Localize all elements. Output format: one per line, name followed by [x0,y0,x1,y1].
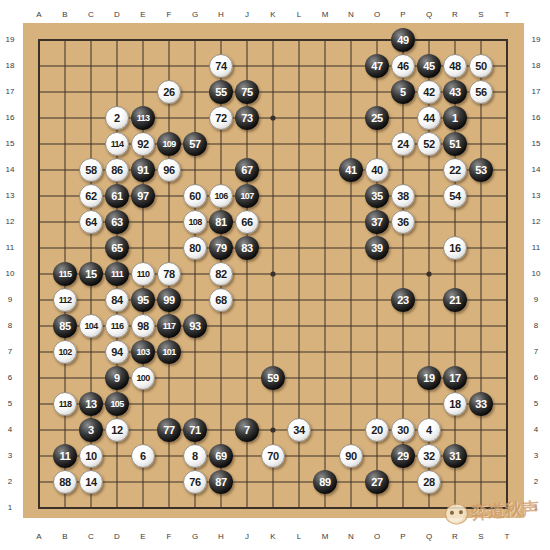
stone-d14: 86 [105,158,129,182]
stone-move-number: 108 [188,218,201,227]
column-labels-top: ABCDEFGHJKLMNOPQRST [26,8,520,22]
stone-h17: 55 [209,80,233,104]
coordinate-label: 5 [528,391,544,417]
stone-move-number: 38 [397,191,409,202]
coordinate-label: 10 [528,261,544,287]
stone-e16: 113 [131,106,155,130]
stone-move-number: 84 [111,295,123,306]
coordinate-label: J [234,8,260,22]
stone-move-number: 111 [111,270,123,279]
stone-move-number: 115 [59,270,72,279]
coordinate-label: 14 [528,157,544,183]
coordinate-label: E [130,530,156,544]
stone-h3: 69 [209,444,233,468]
coordinate-label: 7 [528,339,544,365]
coordinate-label: R [442,530,468,544]
stone-move-number: 116 [111,322,124,331]
stone-move-number: 42 [423,87,435,98]
stone-d11: 65 [105,236,129,260]
stone-c13: 62 [79,184,103,208]
stone-r17: 43 [443,80,467,104]
coordinate-label: 3 [2,443,18,469]
stone-d15: 114 [105,132,129,156]
stone-d12: 63 [105,210,129,234]
stone-q6: 19 [417,366,441,390]
stone-r9: 21 [443,288,467,312]
stone-p13: 38 [391,184,415,208]
stone-o18: 47 [365,54,389,78]
stone-move-number: 80 [189,243,201,254]
stone-move-number: 18 [449,399,461,410]
stone-c14: 58 [79,158,103,182]
stone-move-number: 34 [293,425,305,436]
stone-f10: 78 [157,262,181,286]
coordinate-label: 11 [2,235,18,261]
stone-move-number: 110 [137,270,150,279]
stone-move-number: 8 [192,451,198,462]
stone-move-number: 98 [137,321,149,332]
stone-r6: 17 [443,366,467,390]
stone-move-number: 75 [241,87,253,98]
coordinate-label: 8 [528,313,544,339]
stone-move-number: 109 [162,140,175,149]
stone-p9: 23 [391,288,415,312]
stone-move-number: 7 [244,425,250,436]
stone-move-number: 104 [84,322,97,331]
stone-o16: 25 [365,106,389,130]
stone-move-number: 53 [475,165,487,176]
stone-r16: 1 [443,106,467,130]
watermark-text: 弈道秋声 [470,497,539,525]
stone-e6: 100 [131,366,155,390]
stone-move-number: 89 [319,477,331,488]
stone-move-number: 97 [137,191,149,202]
stone-j4: 7 [235,418,259,442]
stone-move-number: 100 [136,374,149,383]
stone-move-number: 39 [371,243,383,254]
stone-l4: 34 [287,418,311,442]
stone-o4: 20 [365,418,389,442]
stone-e8: 98 [131,314,155,338]
coordinate-label: K [260,8,286,22]
stone-move-number: 58 [85,165,97,176]
stone-c3: 10 [79,444,103,468]
stone-move-number: 14 [85,477,97,488]
stone-d13: 61 [105,184,129,208]
stone-move-number: 50 [475,61,487,72]
coordinate-label: R [442,8,468,22]
coordinate-label: O [364,8,390,22]
stone-c10: 15 [79,262,103,286]
stone-e14: 91 [131,158,155,182]
stone-e13: 97 [131,184,155,208]
stone-q3: 32 [417,444,441,468]
stone-f8: 117 [157,314,181,338]
stone-move-number: 16 [449,243,461,254]
stone-move-number: 59 [267,373,279,384]
stone-move-number: 57 [189,139,201,150]
coordinate-label: 12 [528,209,544,235]
stone-b2: 88 [53,470,77,494]
coordinate-label: N [338,530,364,544]
coordinate-label: 11 [528,235,544,261]
stone-k3: 70 [261,444,285,468]
stone-move-number: 46 [397,61,409,72]
stone-move-number: 21 [449,295,461,306]
stone-e3: 6 [131,444,155,468]
coordinate-label: 13 [2,183,18,209]
stone-d5: 105 [105,392,129,416]
stone-d8: 116 [105,314,129,338]
stone-g4: 71 [183,418,207,442]
coordinate-label: F [156,8,182,22]
stone-move-number: 30 [397,425,409,436]
stone-move-number: 103 [136,348,149,357]
stone-e9: 95 [131,288,155,312]
stone-s5: 33 [469,392,493,416]
coordinate-label: 19 [528,27,544,53]
coordinate-label: Q [416,530,442,544]
coordinate-label: 17 [2,79,18,105]
stone-move-number: 99 [163,295,175,306]
stone-j16: 73 [235,106,259,130]
stone-q15: 52 [417,132,441,156]
stone-d4: 12 [105,418,129,442]
coordinate-label: 18 [2,53,18,79]
stone-move-number: 24 [397,139,409,150]
stone-d16: 2 [105,106,129,130]
stone-move-number: 113 [137,114,150,123]
coordinate-label: T [494,8,520,22]
stone-move-number: 117 [163,322,176,331]
stone-f14: 96 [157,158,181,182]
stone-move-number: 61 [111,191,123,202]
stone-c2: 14 [79,470,103,494]
stone-r11: 16 [443,236,467,260]
stone-q2: 28 [417,470,441,494]
stones-layer: 1234567891011121314151617181920212223242… [26,27,520,521]
stone-move-number: 35 [371,191,383,202]
stone-move-number: 13 [85,399,97,410]
stone-move-number: 27 [371,477,383,488]
stone-move-number: 47 [371,61,383,72]
coordinate-label: 3 [528,443,544,469]
coordinate-label: 18 [528,53,544,79]
stone-k6: 59 [261,366,285,390]
coordinate-label: D [104,530,130,544]
stone-move-number: 2 [114,113,120,124]
stone-move-number: 28 [423,477,435,488]
column-labels-bottom: ABCDEFGHJKLMNOPQRST [26,530,520,544]
coordinate-label: P [390,530,416,544]
stone-move-number: 63 [111,217,123,228]
coordinate-label: Q [416,8,442,22]
stone-move-number: 70 [267,451,279,462]
stone-m2: 89 [313,470,337,494]
stone-g2: 76 [183,470,207,494]
stone-move-number: 85 [59,321,71,332]
stone-c8: 104 [79,314,103,338]
stone-n3: 90 [339,444,363,468]
stone-move-number: 101 [162,348,175,357]
stone-b7: 102 [53,340,77,364]
stone-move-number: 77 [163,425,175,436]
coordinate-label: D [104,8,130,22]
coordinate-label: C [78,530,104,544]
stone-q4: 4 [417,418,441,442]
coordinate-label: 13 [528,183,544,209]
stone-move-number: 114 [111,140,124,149]
stone-h9: 68 [209,288,233,312]
stone-move-number: 4 [426,425,432,436]
stone-q18: 45 [417,54,441,78]
stone-n14: 41 [339,158,363,182]
coordinate-label: 14 [2,157,18,183]
stone-move-number: 26 [163,87,175,98]
stone-b10: 115 [53,262,77,286]
coordinate-label: M [312,530,338,544]
stone-p17: 5 [391,80,415,104]
coordinate-label: 16 [2,105,18,131]
stone-move-number: 107 [240,192,253,201]
stone-move-number: 69 [215,451,227,462]
stone-move-number: 23 [397,295,409,306]
coordinate-label: T [494,530,520,544]
stone-f15: 109 [157,132,181,156]
stone-g13: 60 [183,184,207,208]
stone-h2: 87 [209,470,233,494]
stone-b3: 11 [53,444,77,468]
stone-s18: 50 [469,54,493,78]
stone-move-number: 5 [400,87,406,98]
stone-g8: 93 [183,314,207,338]
stone-h13: 106 [209,184,233,208]
stone-move-number: 15 [85,269,97,280]
coordinate-label: M [312,8,338,22]
stone-move-number: 29 [397,451,409,462]
coordinate-label: 15 [2,131,18,157]
coordinate-label: 15 [528,131,544,157]
stone-f17: 26 [157,80,181,104]
stone-move-number: 20 [371,425,383,436]
stone-move-number: 11 [59,451,70,462]
stone-q16: 44 [417,106,441,130]
coordinate-label: S [468,530,494,544]
stone-move-number: 90 [345,451,357,462]
stone-h16: 72 [209,106,233,130]
stone-h12: 81 [209,210,233,234]
stone-move-number: 22 [449,165,461,176]
stone-j14: 67 [235,158,259,182]
stone-s14: 53 [469,158,493,182]
stone-move-number: 72 [215,113,227,124]
stone-move-number: 48 [449,61,461,72]
stone-move-number: 106 [214,192,227,201]
stone-p3: 29 [391,444,415,468]
coordinate-label: L [286,8,312,22]
coordinate-label: H [208,8,234,22]
stone-move-number: 82 [215,269,227,280]
stone-move-number: 95 [137,295,149,306]
stone-r15: 51 [443,132,467,156]
coordinate-label: P [390,8,416,22]
stone-move-number: 3 [88,425,94,436]
stone-h18: 74 [209,54,233,78]
stone-move-number: 51 [449,139,461,150]
stone-s17: 56 [469,80,493,104]
stone-move-number: 6 [140,451,146,462]
coordinate-label: J [234,530,260,544]
stone-move-number: 93 [189,321,201,332]
stone-p19: 49 [391,28,415,52]
coordinate-label: 2 [528,469,544,495]
row-labels-right: 19181716151413121110987654321 [528,27,544,521]
coordinate-label: L [286,530,312,544]
stone-move-number: 17 [449,373,461,384]
stone-move-number: 68 [215,295,227,306]
coordinate-label: S [468,8,494,22]
stone-p15: 24 [391,132,415,156]
stone-move-number: 87 [215,477,227,488]
stone-move-number: 25 [371,113,383,124]
stone-move-number: 94 [111,347,123,358]
stone-d9: 84 [105,288,129,312]
stone-j13: 107 [235,184,259,208]
coordinate-label: E [130,8,156,22]
stone-move-number: 33 [475,399,487,410]
stone-p12: 36 [391,210,415,234]
stone-o2: 27 [365,470,389,494]
coordinate-label: 7 [2,339,18,365]
stone-move-number: 41 [345,165,357,176]
stone-move-number: 55 [215,87,227,98]
stone-move-number: 19 [423,373,435,384]
stone-p4: 30 [391,418,415,442]
stone-move-number: 66 [241,217,253,228]
coordinate-label: 4 [2,417,18,443]
coordinate-label: A [26,8,52,22]
stone-move-number: 45 [423,61,435,72]
coordinate-label: K [260,530,286,544]
stone-h11: 79 [209,236,233,260]
coordinate-label: H [208,530,234,544]
row-labels-left: 19181716151413121110987654321 [2,27,18,521]
stone-p18: 46 [391,54,415,78]
stone-o11: 39 [365,236,389,260]
stone-b9: 112 [53,288,77,312]
stone-d6: 9 [105,366,129,390]
stone-move-number: 64 [85,217,97,228]
stone-move-number: 88 [59,477,71,488]
stone-move-number: 56 [475,87,487,98]
stone-e15: 92 [131,132,155,156]
stone-move-number: 43 [449,87,461,98]
stone-g12: 108 [183,210,207,234]
stone-d7: 94 [105,340,129,364]
coordinate-label: 12 [2,209,18,235]
stone-move-number: 44 [423,113,435,124]
coordinate-label: 19 [2,27,18,53]
coordinate-label: A [26,530,52,544]
stone-move-number: 92 [137,139,149,150]
stone-move-number: 71 [189,425,201,436]
stone-move-number: 102 [58,348,71,357]
coordinate-label: C [78,8,104,22]
stone-move-number: 60 [189,191,201,202]
stone-f9: 99 [157,288,181,312]
stone-move-number: 49 [397,35,409,46]
coordinate-label: 1 [2,495,18,521]
stone-move-number: 83 [241,243,253,254]
stone-r5: 18 [443,392,467,416]
coordinate-label: O [364,530,390,544]
coordinate-label: 5 [2,391,18,417]
stone-c12: 64 [79,210,103,234]
stone-move-number: 36 [397,217,409,228]
stone-e7: 103 [131,340,155,364]
stone-h10: 82 [209,262,233,286]
stone-move-number: 91 [137,165,149,176]
stone-move-number: 118 [59,400,72,409]
coordinate-label: 6 [528,365,544,391]
coordinate-label: F [156,530,182,544]
coordinate-label: 2 [2,469,18,495]
coordinate-label: N [338,8,364,22]
stone-move-number: 67 [241,165,253,176]
stone-move-number: 79 [215,243,227,254]
stone-o13: 35 [365,184,389,208]
stone-j12: 66 [235,210,259,234]
stone-move-number: 105 [110,400,123,409]
stone-move-number: 76 [189,477,201,488]
coordinate-label: 6 [2,365,18,391]
stone-move-number: 54 [449,191,461,202]
coordinate-label: 17 [528,79,544,105]
stone-move-number: 62 [85,191,97,202]
stone-move-number: 37 [371,217,383,228]
stone-move-number: 86 [111,165,123,176]
coordinate-label: G [182,530,208,544]
stone-r18: 48 [443,54,467,78]
stone-r3: 31 [443,444,467,468]
stone-g3: 8 [183,444,207,468]
go-diagram: 1234567891011121314151617181920212223242… [0,0,550,550]
stone-b8: 85 [53,314,77,338]
coordinate-label: 16 [528,105,544,131]
stone-o12: 37 [365,210,389,234]
coordinate-label: 10 [2,261,18,287]
stone-j17: 75 [235,80,259,104]
stone-move-number: 31 [449,451,461,462]
stone-move-number: 12 [111,425,123,436]
stone-move-number: 65 [111,243,123,254]
stone-g11: 80 [183,236,207,260]
stone-move-number: 78 [163,269,175,280]
stone-move-number: 73 [241,113,253,124]
stone-move-number: 40 [371,165,383,176]
stone-e10: 110 [131,262,155,286]
coordinate-label: G [182,8,208,22]
stone-d10: 111 [105,262,129,286]
stone-move-number: 74 [215,61,227,72]
stone-move-number: 81 [215,217,227,228]
stone-move-number: 32 [423,451,435,462]
stone-r13: 54 [443,184,467,208]
coordinate-label: B [52,8,78,22]
coordinate-label: 4 [528,417,544,443]
stone-b5: 118 [53,392,77,416]
coordinate-label: 9 [528,287,544,313]
